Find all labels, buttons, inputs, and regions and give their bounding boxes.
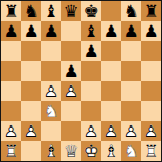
white-bishop[interactable]: ♝♗: [41, 141, 61, 161]
square-f2[interactable]: ♟♙: [101, 121, 121, 141]
white-piece-outline-layer: ♙: [121, 121, 141, 141]
white-pawn[interactable]: ♟♙: [21, 121, 41, 141]
square-c3[interactable]: ♞♘: [41, 101, 61, 121]
white-piece-outline-layer: ♘: [121, 141, 141, 161]
black-pawn[interactable]: ♟: [101, 21, 121, 41]
white-pawn[interactable]: ♟♙: [61, 81, 81, 101]
black-knight[interactable]: ♞: [21, 1, 41, 21]
white-piece-outline-layer: ♙: [61, 81, 81, 101]
square-b8[interactable]: ♞: [21, 1, 41, 21]
white-bishop[interactable]: ♝♗: [101, 141, 121, 161]
square-a1[interactable]: ♜♖: [1, 141, 21, 161]
black-bishop[interactable]: ♝: [41, 1, 61, 21]
square-c6[interactable]: [41, 41, 61, 61]
white-pawn[interactable]: ♟♙: [81, 121, 101, 141]
square-g4[interactable]: [121, 81, 141, 101]
black-pawn[interactable]: ♟: [21, 21, 41, 41]
square-f8[interactable]: [101, 1, 121, 21]
black-knight[interactable]: ♞: [121, 1, 141, 21]
white-rook[interactable]: ♜♖: [141, 141, 161, 161]
white-piece-outline-layer: ♖: [1, 141, 21, 161]
square-d6[interactable]: [61, 41, 81, 61]
square-f6[interactable]: [101, 41, 121, 61]
square-d2[interactable]: [61, 121, 81, 141]
square-h2[interactable]: ♟♙: [141, 121, 161, 141]
white-knight[interactable]: ♞♘: [121, 141, 141, 161]
square-g5[interactable]: [121, 61, 141, 81]
square-a2[interactable]: ♟♙: [1, 121, 21, 141]
square-e4[interactable]: [81, 81, 101, 101]
square-e2[interactable]: ♟♙: [81, 121, 101, 141]
square-a6[interactable]: [1, 41, 21, 61]
square-e1[interactable]: ♚♔: [81, 141, 101, 161]
white-piece-outline-layer: ♙: [41, 81, 61, 101]
square-f3[interactable]: [101, 101, 121, 121]
square-h1[interactable]: ♜♖: [141, 141, 161, 161]
white-piece-outline-layer: ♕: [61, 141, 81, 161]
black-pawn[interactable]: ♟: [61, 61, 81, 81]
square-e7[interactable]: ♝: [81, 21, 101, 41]
white-piece-outline-layer: ♙: [1, 121, 21, 141]
square-c4[interactable]: ♟♙: [41, 81, 61, 101]
white-queen[interactable]: ♛♕: [61, 141, 81, 161]
black-bishop[interactable]: ♝: [81, 21, 101, 41]
square-h4[interactable]: [141, 81, 161, 101]
square-d4[interactable]: ♟♙: [61, 81, 81, 101]
square-f1[interactable]: ♝♗: [101, 141, 121, 161]
white-piece-outline-layer: ♗: [101, 141, 121, 161]
square-a4[interactable]: [1, 81, 21, 101]
square-h5[interactable]: [141, 61, 161, 81]
square-e5[interactable]: [81, 61, 101, 81]
black-rook[interactable]: ♜: [1, 1, 21, 21]
white-piece-outline-layer: ♙: [141, 121, 161, 141]
square-c2[interactable]: [41, 121, 61, 141]
white-piece-outline-layer: ♔: [81, 141, 101, 161]
white-piece-outline-layer: ♖: [141, 141, 161, 161]
white-rook[interactable]: ♜♖: [1, 141, 21, 161]
black-rook[interactable]: ♜: [141, 1, 161, 21]
square-c7[interactable]: ♟: [41, 21, 61, 41]
white-knight[interactable]: ♞♘: [41, 101, 61, 121]
square-a3[interactable]: [1, 101, 21, 121]
white-pawn[interactable]: ♟♙: [41, 81, 61, 101]
white-pawn[interactable]: ♟♙: [141, 121, 161, 141]
square-c5[interactable]: [41, 61, 61, 81]
black-king[interactable]: ♚: [81, 1, 101, 21]
square-h7[interactable]: ♟: [141, 21, 161, 41]
square-e6[interactable]: ♟: [81, 41, 101, 61]
square-h8[interactable]: ♜: [141, 1, 161, 21]
black-pawn[interactable]: ♟: [41, 21, 61, 41]
square-h6[interactable]: [141, 41, 161, 61]
square-b7[interactable]: ♟: [21, 21, 41, 41]
square-f5[interactable]: [101, 61, 121, 81]
white-piece-outline-layer: ♙: [101, 121, 121, 141]
white-pawn[interactable]: ♟♙: [121, 121, 141, 141]
white-king[interactable]: ♚♔: [81, 141, 101, 161]
square-a7[interactable]: ♟: [1, 21, 21, 41]
square-b1[interactable]: [21, 141, 41, 161]
square-d1[interactable]: ♛♕: [61, 141, 81, 161]
square-a8[interactable]: ♜: [1, 1, 21, 21]
square-e8[interactable]: ♚: [81, 1, 101, 21]
black-pawn[interactable]: ♟: [121, 21, 141, 41]
white-piece-outline-layer: ♘: [41, 101, 61, 121]
square-e3[interactable]: [81, 101, 101, 121]
square-g7[interactable]: ♟: [121, 21, 141, 41]
square-b6[interactable]: [21, 41, 41, 61]
white-piece-outline-layer: ♙: [21, 121, 41, 141]
black-pawn[interactable]: ♟: [141, 21, 161, 41]
square-g6[interactable]: [121, 41, 141, 61]
square-c1[interactable]: ♝♗: [41, 141, 61, 161]
square-b2[interactable]: ♟♙: [21, 121, 41, 141]
square-c8[interactable]: ♝: [41, 1, 61, 21]
square-a5[interactable]: [1, 61, 21, 81]
square-b5[interactable]: [21, 61, 41, 81]
chess-board: ♜♞♝♛♚♞♜♟♟♟♝♟♟♟♟♟♟♙♟♙♞♘♟♙♟♙♟♙♟♙♟♙♟♙♜♖♝♗♛♕…: [0, 0, 162, 162]
square-g2[interactable]: ♟♙: [121, 121, 141, 141]
square-b4[interactable]: [21, 81, 41, 101]
black-queen[interactable]: ♛: [61, 1, 81, 21]
white-piece-outline-layer: ♗: [41, 141, 61, 161]
square-d8[interactable]: ♛: [61, 1, 81, 21]
white-piece-outline-layer: ♙: [81, 121, 101, 141]
square-d5[interactable]: ♟: [61, 61, 81, 81]
black-pawn[interactable]: ♟: [81, 41, 101, 61]
square-d7[interactable]: [61, 21, 81, 41]
white-pawn[interactable]: ♟♙: [1, 121, 21, 141]
square-g8[interactable]: ♞: [121, 1, 141, 21]
square-h3[interactable]: [141, 101, 161, 121]
square-g3[interactable]: [121, 101, 141, 121]
square-b3[interactable]: [21, 101, 41, 121]
black-pawn[interactable]: ♟: [1, 21, 21, 41]
white-pawn[interactable]: ♟♙: [101, 121, 121, 141]
square-g1[interactable]: ♞♘: [121, 141, 141, 161]
square-f7[interactable]: ♟: [101, 21, 121, 41]
square-d3[interactable]: [61, 101, 81, 121]
square-f4[interactable]: [101, 81, 121, 101]
